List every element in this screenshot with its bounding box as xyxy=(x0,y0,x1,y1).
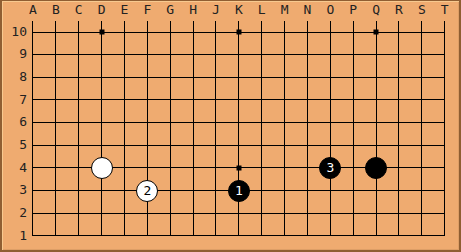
column-label: O xyxy=(319,3,342,17)
intersection-M8[interactable] xyxy=(273,66,296,89)
intersection-R6[interactable] xyxy=(388,111,411,134)
intersection-T7[interactable] xyxy=(433,89,456,112)
intersection-A7[interactable] xyxy=(22,89,45,112)
column-label: H xyxy=(182,3,205,17)
intersection-H3[interactable] xyxy=(182,179,205,202)
intersection-G4[interactable] xyxy=(159,157,182,180)
star-point-K10 xyxy=(236,30,241,35)
intersection-B6[interactable] xyxy=(44,111,67,134)
stone-black-O4: 3 xyxy=(319,157,341,179)
column-label: A xyxy=(22,3,45,17)
intersection-L8[interactable] xyxy=(250,66,273,89)
intersection-K9[interactable] xyxy=(227,43,250,66)
intersection-L10[interactable] xyxy=(250,21,273,44)
intersection-N1[interactable] xyxy=(296,225,319,248)
intersection-M1[interactable] xyxy=(273,225,296,248)
intersection-T9[interactable] xyxy=(433,43,456,66)
intersection-O2[interactable] xyxy=(319,202,342,225)
intersection-G10[interactable] xyxy=(159,21,182,44)
intersection-E6[interactable] xyxy=(113,111,136,134)
intersection-E1[interactable] xyxy=(113,225,136,248)
intersection-C3[interactable] xyxy=(67,179,90,202)
intersection-K3[interactable]: 1 xyxy=(227,179,250,202)
intersection-P5[interactable] xyxy=(342,134,365,157)
column-label: M xyxy=(273,3,296,17)
intersection-A4[interactable] xyxy=(22,157,45,180)
intersection-G2[interactable] xyxy=(159,202,182,225)
intersection-J3[interactable] xyxy=(205,179,228,202)
stone-white-F3: 2 xyxy=(136,180,158,202)
intersection-D4[interactable] xyxy=(90,157,113,180)
intersection-C1[interactable] xyxy=(67,225,90,248)
intersection-P10[interactable] xyxy=(342,21,365,44)
intersection-R2[interactable] xyxy=(388,202,411,225)
intersection-F7[interactable] xyxy=(136,89,159,112)
intersection-N5[interactable] xyxy=(296,134,319,157)
intersection-J7[interactable] xyxy=(205,89,228,112)
intersection-M5[interactable] xyxy=(273,134,296,157)
intersection-L5[interactable] xyxy=(250,134,273,157)
intersection-C6[interactable] xyxy=(67,111,90,134)
intersection-M4[interactable] xyxy=(273,157,296,180)
star-point-Q10 xyxy=(374,30,379,35)
intersection-N7[interactable] xyxy=(296,89,319,112)
intersection-M10[interactable] xyxy=(273,21,296,44)
intersection-O8[interactable] xyxy=(319,66,342,89)
intersection-T6[interactable] xyxy=(433,111,456,134)
intersection-T10[interactable] xyxy=(433,21,456,44)
intersection-Q5[interactable] xyxy=(365,134,388,157)
intersection-Q9[interactable] xyxy=(365,43,388,66)
stone-black-K3: 1 xyxy=(228,180,250,202)
star-point-K4 xyxy=(236,165,241,170)
intersection-L1[interactable] xyxy=(250,225,273,248)
intersection-F6[interactable] xyxy=(136,111,159,134)
column-label: B xyxy=(44,3,67,17)
intersection-D5[interactable] xyxy=(90,134,113,157)
stone-black-Q4 xyxy=(365,157,387,179)
intersection-F10[interactable] xyxy=(136,21,159,44)
intersection-Q10[interactable] xyxy=(365,21,388,44)
intersection-D3[interactable] xyxy=(90,179,113,202)
intersection-T4[interactable] xyxy=(433,157,456,180)
intersection-R1[interactable] xyxy=(388,225,411,248)
intersection-H1[interactable] xyxy=(182,225,205,248)
intersection-B4[interactable] xyxy=(44,157,67,180)
intersection-E3[interactable] xyxy=(113,179,136,202)
intersection-O5[interactable] xyxy=(319,134,342,157)
column-label: T xyxy=(433,3,456,17)
intersection-K5[interactable] xyxy=(227,134,250,157)
intersection-J4[interactable] xyxy=(205,157,228,180)
stone-white-D4 xyxy=(91,157,113,179)
intersection-G5[interactable] xyxy=(159,134,182,157)
intersection-K2[interactable] xyxy=(227,202,250,225)
intersection-A8[interactable] xyxy=(22,66,45,89)
intersection-B5[interactable] xyxy=(44,134,67,157)
intersection-T1[interactable] xyxy=(433,225,456,248)
intersection-D2[interactable] xyxy=(90,202,113,225)
intersection-S4[interactable] xyxy=(410,157,433,180)
intersection-A6[interactable] xyxy=(22,111,45,134)
intersection-H9[interactable] xyxy=(182,43,205,66)
intersection-T8[interactable] xyxy=(433,66,456,89)
intersection-R10[interactable] xyxy=(388,21,411,44)
intersection-G1[interactable] xyxy=(159,225,182,248)
intersection-K4[interactable] xyxy=(227,157,250,180)
intersection-O4[interactable]: 3 xyxy=(319,157,342,180)
intersection-H2[interactable] xyxy=(182,202,205,225)
intersection-P6[interactable] xyxy=(342,111,365,134)
intersection-B8[interactable] xyxy=(44,66,67,89)
intersection-K6[interactable] xyxy=(227,111,250,134)
intersection-H7[interactable] xyxy=(182,89,205,112)
intersection-N10[interactable] xyxy=(296,21,319,44)
intersection-R9[interactable] xyxy=(388,43,411,66)
intersection-Q2[interactable] xyxy=(365,202,388,225)
column-label: L xyxy=(250,3,273,17)
intersection-G8[interactable] xyxy=(159,66,182,89)
intersection-M3[interactable] xyxy=(273,179,296,202)
intersection-C2[interactable] xyxy=(67,202,90,225)
intersection-L9[interactable] xyxy=(250,43,273,66)
intersection-C8[interactable] xyxy=(67,66,90,89)
intersection-J5[interactable] xyxy=(205,134,228,157)
intersection-E7[interactable] xyxy=(113,89,136,112)
intersection-R7[interactable] xyxy=(388,89,411,112)
intersection-G9[interactable] xyxy=(159,43,182,66)
intersection-J8[interactable] xyxy=(205,66,228,89)
intersection-D7[interactable] xyxy=(90,89,113,112)
intersection-O3[interactable] xyxy=(319,179,342,202)
intersection-E4[interactable] xyxy=(113,157,136,180)
intersection-K10[interactable] xyxy=(227,21,250,44)
intersection-L6[interactable] xyxy=(250,111,273,134)
intersection-B1[interactable] xyxy=(44,225,67,248)
intersection-A2[interactable] xyxy=(22,202,45,225)
intersection-F5[interactable] xyxy=(136,134,159,157)
intersection-R4[interactable] xyxy=(388,157,411,180)
column-label: D xyxy=(90,3,113,17)
intersection-P7[interactable] xyxy=(342,89,365,112)
intersection-K8[interactable] xyxy=(227,66,250,89)
intersection-N8[interactable] xyxy=(296,66,319,89)
intersection-T5[interactable] xyxy=(433,134,456,157)
intersection-J2[interactable] xyxy=(205,202,228,225)
intersection-T2[interactable] xyxy=(433,202,456,225)
intersection-B2[interactable] xyxy=(44,202,67,225)
intersection-R3[interactable] xyxy=(388,179,411,202)
intersection-P2[interactable] xyxy=(342,202,365,225)
intersection-B9[interactable] xyxy=(44,43,67,66)
intersection-N4[interactable] xyxy=(296,157,319,180)
intersection-S8[interactable] xyxy=(410,66,433,89)
intersection-Q3[interactable] xyxy=(365,179,388,202)
intersection-M2[interactable] xyxy=(273,202,296,225)
column-label: J xyxy=(205,3,228,17)
intersection-J10[interactable] xyxy=(205,21,228,44)
intersection-M9[interactable] xyxy=(273,43,296,66)
intersection-C10[interactable] xyxy=(67,21,90,44)
intersection-C9[interactable] xyxy=(67,43,90,66)
column-label: G xyxy=(159,3,182,17)
intersection-A9[interactable] xyxy=(22,43,45,66)
intersection-A5[interactable] xyxy=(22,134,45,157)
intersection-S2[interactable] xyxy=(410,202,433,225)
column-label: Q xyxy=(365,3,388,17)
intersection-H6[interactable] xyxy=(182,111,205,134)
intersection-H8[interactable] xyxy=(182,66,205,89)
intersection-C5[interactable] xyxy=(67,134,90,157)
intersection-J9[interactable] xyxy=(205,43,228,66)
intersection-B7[interactable] xyxy=(44,89,67,112)
intersection-E2[interactable] xyxy=(113,202,136,225)
intersection-N3[interactable] xyxy=(296,179,319,202)
intersection-K7[interactable] xyxy=(227,89,250,112)
column-label: K xyxy=(227,3,250,17)
intersection-E5[interactable] xyxy=(113,134,136,157)
intersection-Q4[interactable] xyxy=(365,157,388,180)
intersection-P9[interactable] xyxy=(342,43,365,66)
intersection-G6[interactable] xyxy=(159,111,182,134)
intersection-S3[interactable] xyxy=(410,179,433,202)
column-label: R xyxy=(388,3,411,17)
intersection-P8[interactable] xyxy=(342,66,365,89)
intersection-S5[interactable] xyxy=(410,134,433,157)
intersection-H4[interactable] xyxy=(182,157,205,180)
intersection-F3[interactable]: 2 xyxy=(136,179,159,202)
intersection-H5[interactable] xyxy=(182,134,205,157)
go-board: 321 xyxy=(22,21,457,248)
intersection-F9[interactable] xyxy=(136,43,159,66)
intersection-A3[interactable] xyxy=(22,179,45,202)
intersection-J1[interactable] xyxy=(205,225,228,248)
intersection-S1[interactable] xyxy=(410,225,433,248)
intersection-L7[interactable] xyxy=(250,89,273,112)
intersection-S7[interactable] xyxy=(410,89,433,112)
column-label: P xyxy=(342,3,365,17)
column-label: S xyxy=(410,3,433,17)
column-label: F xyxy=(136,3,159,17)
intersection-G3[interactable] xyxy=(159,179,182,202)
intersection-P4[interactable] xyxy=(342,157,365,180)
intersection-A10[interactable] xyxy=(22,21,45,44)
board-stage: ABCDEFGHJKLMNOPQRST 10987654321 321 xyxy=(2,1,459,250)
intersection-P3[interactable] xyxy=(342,179,365,202)
intersection-P1[interactable] xyxy=(342,225,365,248)
intersection-D10[interactable] xyxy=(90,21,113,44)
intersection-D6[interactable] xyxy=(90,111,113,134)
intersection-O1[interactable] xyxy=(319,225,342,248)
intersection-D1[interactable] xyxy=(90,225,113,248)
column-label: E xyxy=(113,3,136,17)
go-board-diagram: ABCDEFGHJKLMNOPQRST 10987654321 321 xyxy=(0,0,461,252)
intersection-R5[interactable] xyxy=(388,134,411,157)
intersection-R8[interactable] xyxy=(388,66,411,89)
intersection-C7[interactable] xyxy=(67,89,90,112)
intersection-M6[interactable] xyxy=(273,111,296,134)
intersection-O7[interactable] xyxy=(319,89,342,112)
intersection-B10[interactable] xyxy=(44,21,67,44)
intersection-F2[interactable] xyxy=(136,202,159,225)
intersection-O9[interactable] xyxy=(319,43,342,66)
intersection-S6[interactable] xyxy=(410,111,433,134)
intersection-D8[interactable] xyxy=(90,66,113,89)
intersection-D9[interactable] xyxy=(90,43,113,66)
column-labels: ABCDEFGHJKLMNOPQRST xyxy=(22,3,457,17)
intersection-O6[interactable] xyxy=(319,111,342,134)
intersection-A1[interactable] xyxy=(22,225,45,248)
intersection-J6[interactable] xyxy=(205,111,228,134)
intersection-L3[interactable] xyxy=(250,179,273,202)
intersection-M7[interactable] xyxy=(273,89,296,112)
intersection-Q1[interactable] xyxy=(365,225,388,248)
intersection-N9[interactable] xyxy=(296,43,319,66)
column-label: N xyxy=(296,3,319,17)
intersection-K1[interactable] xyxy=(227,225,250,248)
intersection-Q6[interactable] xyxy=(365,111,388,134)
intersection-N2[interactable] xyxy=(296,202,319,225)
intersection-G7[interactable] xyxy=(159,89,182,112)
intersection-Q8[interactable] xyxy=(365,66,388,89)
intersection-T3[interactable] xyxy=(433,179,456,202)
intersection-B3[interactable] xyxy=(44,179,67,202)
intersection-N6[interactable] xyxy=(296,111,319,134)
intersection-Q7[interactable] xyxy=(365,89,388,112)
intersection-E8[interactable] xyxy=(113,66,136,89)
intersection-F1[interactable] xyxy=(136,225,159,248)
intersection-S10[interactable] xyxy=(410,21,433,44)
intersection-O10[interactable] xyxy=(319,21,342,44)
column-label: C xyxy=(67,3,90,17)
intersection-H10[interactable] xyxy=(182,21,205,44)
star-point-D10 xyxy=(99,30,104,35)
intersection-E10[interactable] xyxy=(113,21,136,44)
intersection-L2[interactable] xyxy=(250,202,273,225)
intersection-F8[interactable] xyxy=(136,66,159,89)
intersection-E9[interactable] xyxy=(113,43,136,66)
intersection-F4[interactable] xyxy=(136,157,159,180)
intersection-S9[interactable] xyxy=(410,43,433,66)
intersection-C4[interactable] xyxy=(67,157,90,180)
intersection-L4[interactable] xyxy=(250,157,273,180)
